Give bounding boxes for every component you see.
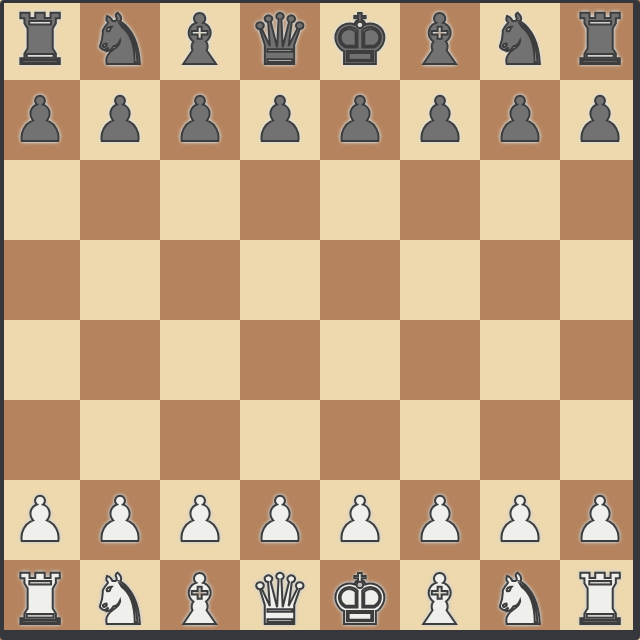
black-pawn-piece[interactable]: ♟: [572, 89, 628, 151]
square-e2[interactable]: ♟: [320, 480, 400, 560]
square-e3[interactable]: [320, 400, 400, 480]
square-g3[interactable]: [480, 400, 560, 480]
black-pawn-piece[interactable]: ♟: [492, 89, 548, 151]
square-f2[interactable]: ♟: [400, 480, 480, 560]
square-b8[interactable]: ♞: [80, 0, 160, 80]
white-pawn-piece[interactable]: ♟: [492, 489, 548, 551]
white-rook-piece[interactable]: ♜: [9, 565, 72, 635]
black-knight-piece[interactable]: ♞: [89, 5, 152, 75]
square-c4[interactable]: [160, 320, 240, 400]
square-f5[interactable]: [400, 240, 480, 320]
square-e5[interactable]: [320, 240, 400, 320]
black-pawn-piece[interactable]: ♟: [332, 89, 388, 151]
square-a2[interactable]: ♟: [0, 480, 80, 560]
square-f7[interactable]: ♟: [400, 80, 480, 160]
black-bishop-piece[interactable]: ♝: [409, 5, 472, 75]
square-c6[interactable]: [160, 160, 240, 240]
square-b5[interactable]: [80, 240, 160, 320]
square-f4[interactable]: [400, 320, 480, 400]
black-pawn-piece[interactable]: ♟: [92, 89, 148, 151]
square-g5[interactable]: [480, 240, 560, 320]
square-b1[interactable]: ♞: [80, 560, 160, 640]
black-pawn-piece[interactable]: ♟: [252, 89, 308, 151]
square-f3[interactable]: [400, 400, 480, 480]
chess-board: ♜♞♝♛♚♝♞♜♟♟♟♟♟♟♟♟♟♟♟♟♟♟♟♟♜♞♝♛♚♝♞♜: [0, 0, 640, 640]
square-h5[interactable]: [560, 240, 640, 320]
black-bishop-piece[interactable]: ♝: [169, 5, 232, 75]
black-king-piece[interactable]: ♚: [329, 5, 392, 75]
white-pawn-piece[interactable]: ♟: [332, 489, 388, 551]
square-g4[interactable]: [480, 320, 560, 400]
square-a1[interactable]: ♜: [0, 560, 80, 640]
square-c1[interactable]: ♝: [160, 560, 240, 640]
square-a8[interactable]: ♜: [0, 0, 80, 80]
square-b4[interactable]: [80, 320, 160, 400]
square-d5[interactable]: [240, 240, 320, 320]
white-bishop-piece[interactable]: ♝: [409, 565, 472, 635]
square-a4[interactable]: [0, 320, 80, 400]
square-b3[interactable]: [80, 400, 160, 480]
square-c5[interactable]: [160, 240, 240, 320]
square-g7[interactable]: ♟: [480, 80, 560, 160]
square-g2[interactable]: ♟: [480, 480, 560, 560]
white-pawn-piece[interactable]: ♟: [12, 489, 68, 551]
black-rook-piece[interactable]: ♜: [9, 5, 72, 75]
square-d6[interactable]: [240, 160, 320, 240]
square-f8[interactable]: ♝: [400, 0, 480, 80]
square-b2[interactable]: ♟: [80, 480, 160, 560]
square-d7[interactable]: ♟: [240, 80, 320, 160]
square-h3[interactable]: [560, 400, 640, 480]
square-c3[interactable]: [160, 400, 240, 480]
square-a5[interactable]: [0, 240, 80, 320]
square-h7[interactable]: ♟: [560, 80, 640, 160]
square-e4[interactable]: [320, 320, 400, 400]
white-queen-piece[interactable]: ♛: [249, 565, 312, 635]
square-e1[interactable]: ♚: [320, 560, 400, 640]
white-king-piece[interactable]: ♚: [329, 565, 392, 635]
square-h4[interactable]: [560, 320, 640, 400]
black-knight-piece[interactable]: ♞: [489, 5, 552, 75]
black-pawn-piece[interactable]: ♟: [412, 89, 468, 151]
square-h1[interactable]: ♜: [560, 560, 640, 640]
black-pawn-piece[interactable]: ♟: [172, 89, 228, 151]
white-bishop-piece[interactable]: ♝: [169, 565, 232, 635]
square-a7[interactable]: ♟: [0, 80, 80, 160]
square-h2[interactable]: ♟: [560, 480, 640, 560]
white-pawn-piece[interactable]: ♟: [412, 489, 468, 551]
white-rook-piece[interactable]: ♜: [569, 565, 632, 635]
square-c8[interactable]: ♝: [160, 0, 240, 80]
white-pawn-piece[interactable]: ♟: [172, 489, 228, 551]
square-e7[interactable]: ♟: [320, 80, 400, 160]
square-b6[interactable]: [80, 160, 160, 240]
black-queen-piece[interactable]: ♛: [249, 5, 312, 75]
white-pawn-piece[interactable]: ♟: [572, 489, 628, 551]
square-f6[interactable]: [400, 160, 480, 240]
square-a3[interactable]: [0, 400, 80, 480]
square-h8[interactable]: ♜: [560, 0, 640, 80]
square-d8[interactable]: ♛: [240, 0, 320, 80]
white-knight-piece[interactable]: ♞: [489, 565, 552, 635]
square-g8[interactable]: ♞: [480, 0, 560, 80]
square-d4[interactable]: [240, 320, 320, 400]
white-pawn-piece[interactable]: ♟: [252, 489, 308, 551]
chess-board-area: ♜♞♝♛♚♝♞♜♟♟♟♟♟♟♟♟♟♟♟♟♟♟♟♟♜♞♝♛♚♝♞♜: [0, 0, 640, 640]
square-d1[interactable]: ♛: [240, 560, 320, 640]
square-h6[interactable]: [560, 160, 640, 240]
white-knight-piece[interactable]: ♞: [89, 565, 152, 635]
square-a6[interactable]: [0, 160, 80, 240]
square-g6[interactable]: [480, 160, 560, 240]
square-b7[interactable]: ♟: [80, 80, 160, 160]
square-c2[interactable]: ♟: [160, 480, 240, 560]
square-e8[interactable]: ♚: [320, 0, 400, 80]
black-rook-piece[interactable]: ♜: [569, 5, 632, 75]
square-c7[interactable]: ♟: [160, 80, 240, 160]
square-d2[interactable]: ♟: [240, 480, 320, 560]
black-pawn-piece[interactable]: ♟: [12, 89, 68, 151]
square-g1[interactable]: ♞: [480, 560, 560, 640]
square-f1[interactable]: ♝: [400, 560, 480, 640]
square-e6[interactable]: [320, 160, 400, 240]
white-pawn-piece[interactable]: ♟: [92, 489, 148, 551]
square-d3[interactable]: [240, 400, 320, 480]
